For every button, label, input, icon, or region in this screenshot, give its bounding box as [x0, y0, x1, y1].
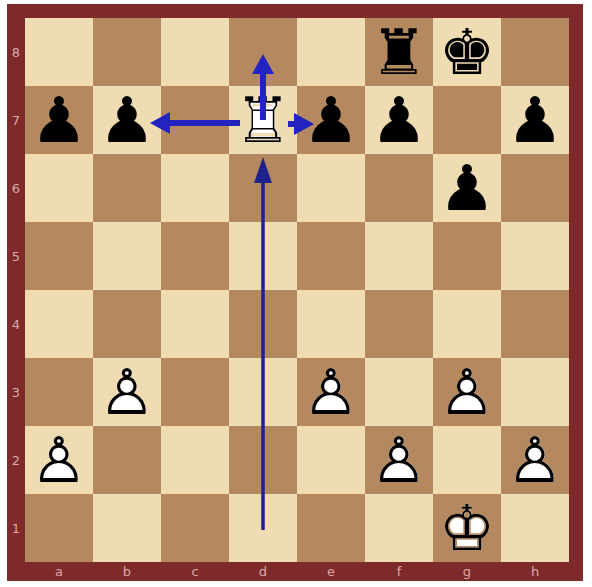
white-pawn-glyph: ♙	[297, 358, 365, 426]
file-label-h: h	[501, 562, 569, 581]
square-b5[interactable]	[93, 222, 161, 290]
white-pawn[interactable]: ♟♙	[93, 358, 161, 426]
white-pawn-glyph: ♙	[365, 426, 433, 494]
square-h3[interactable]	[501, 358, 569, 426]
black-rook-glyph: ♜	[365, 18, 433, 86]
square-c8[interactable]	[161, 18, 229, 86]
square-e5[interactable]	[297, 222, 365, 290]
black-pawn[interactable]: ♟	[433, 154, 501, 222]
chess-board: ♜♚♟♟♜♖♟♟♟♟♟♙♟♙♟♙♟♙♟♙♟♙♚♔	[25, 18, 569, 562]
square-f5[interactable]	[365, 222, 433, 290]
square-h2[interactable]: ♟♙	[501, 426, 569, 494]
square-a6[interactable]	[25, 154, 93, 222]
square-e8[interactable]	[297, 18, 365, 86]
file-label-b: b	[93, 562, 161, 581]
square-a5[interactable]	[25, 222, 93, 290]
square-b1[interactable]	[93, 494, 161, 562]
black-pawn-glyph: ♟	[25, 86, 93, 154]
file-label-c: c	[161, 562, 229, 581]
square-a2[interactable]: ♟♙	[25, 426, 93, 494]
rank-label-5: 5	[7, 222, 25, 290]
square-f4[interactable]	[365, 290, 433, 358]
file-label-a: a	[25, 562, 93, 581]
white-rook-glyph: ♖	[229, 86, 297, 154]
square-h5[interactable]	[501, 222, 569, 290]
square-f2[interactable]: ♟♙	[365, 426, 433, 494]
square-f8[interactable]: ♜	[365, 18, 433, 86]
white-pawn-glyph: ♙	[93, 358, 161, 426]
black-pawn[interactable]: ♟	[297, 86, 365, 154]
square-d6[interactable]	[229, 154, 297, 222]
black-pawn-glyph: ♟	[501, 86, 569, 154]
rank-label-1: 1	[7, 494, 25, 562]
rank-label-3: 3	[7, 358, 25, 426]
white-rook[interactable]: ♜♖	[229, 86, 297, 154]
file-label-g: g	[433, 562, 501, 581]
black-pawn[interactable]: ♟	[93, 86, 161, 154]
square-c1[interactable]	[161, 494, 229, 562]
square-e6[interactable]	[297, 154, 365, 222]
white-pawn[interactable]: ♟♙	[297, 358, 365, 426]
black-pawn-glyph: ♟	[93, 86, 161, 154]
square-e1[interactable]	[297, 494, 365, 562]
square-d5[interactable]	[229, 222, 297, 290]
white-pawn[interactable]: ♟♙	[501, 426, 569, 494]
square-c4[interactable]	[161, 290, 229, 358]
square-g4[interactable]	[433, 290, 501, 358]
square-c6[interactable]	[161, 154, 229, 222]
square-d2[interactable]	[229, 426, 297, 494]
file-label-e: e	[297, 562, 365, 581]
square-e4[interactable]	[297, 290, 365, 358]
square-c2[interactable]	[161, 426, 229, 494]
black-king-glyph: ♚	[433, 18, 501, 86]
square-b3[interactable]: ♟♙	[93, 358, 161, 426]
rank-label-6: 6	[7, 154, 25, 222]
square-f6[interactable]	[365, 154, 433, 222]
square-c7[interactable]	[161, 86, 229, 154]
square-a7[interactable]: ♟	[25, 86, 93, 154]
file-label-f: f	[365, 562, 433, 581]
square-g5[interactable]	[433, 222, 501, 290]
square-b6[interactable]	[93, 154, 161, 222]
square-f1[interactable]	[365, 494, 433, 562]
square-g3[interactable]: ♟♙	[433, 358, 501, 426]
square-g2[interactable]	[433, 426, 501, 494]
chess-diagram-page: ♜♚♟♟♜♖♟♟♟♟♟♙♟♙♟♙♟♙♟♙♟♙♚♔ 87654321 abcdef…	[0, 0, 592, 587]
square-a1[interactable]	[25, 494, 93, 562]
black-rook[interactable]: ♜	[365, 18, 433, 86]
black-pawn-glyph: ♟	[433, 154, 501, 222]
rank-label-8: 8	[7, 18, 25, 86]
square-g6[interactable]: ♟	[433, 154, 501, 222]
square-d4[interactable]	[229, 290, 297, 358]
black-pawn[interactable]: ♟	[501, 86, 569, 154]
white-pawn[interactable]: ♟♙	[25, 426, 93, 494]
chess-board-frame: ♜♚♟♟♜♖♟♟♟♟♟♙♟♙♟♙♟♙♟♙♟♙♚♔ 87654321 abcdef…	[7, 4, 583, 581]
file-label-d: d	[229, 562, 297, 581]
square-b2[interactable]	[93, 426, 161, 494]
white-king[interactable]: ♚♔	[433, 494, 501, 562]
square-h8[interactable]	[501, 18, 569, 86]
square-c5[interactable]	[161, 222, 229, 290]
square-b8[interactable]	[93, 18, 161, 86]
black-king[interactable]: ♚	[433, 18, 501, 86]
square-g7[interactable]	[433, 86, 501, 154]
square-h7[interactable]: ♟	[501, 86, 569, 154]
square-b7[interactable]: ♟	[93, 86, 161, 154]
square-b4[interactable]	[93, 290, 161, 358]
square-c3[interactable]	[161, 358, 229, 426]
rank-label-4: 4	[7, 290, 25, 358]
white-pawn-glyph: ♙	[501, 426, 569, 494]
black-pawn-glyph: ♟	[297, 86, 365, 154]
square-h1[interactable]	[501, 494, 569, 562]
black-pawn[interactable]: ♟	[365, 86, 433, 154]
square-g8[interactable]: ♚	[433, 18, 501, 86]
white-pawn[interactable]: ♟♙	[433, 358, 501, 426]
square-e3[interactable]: ♟♙	[297, 358, 365, 426]
square-d8[interactable]	[229, 18, 297, 86]
white-pawn[interactable]: ♟♙	[365, 426, 433, 494]
square-h6[interactable]	[501, 154, 569, 222]
square-a8[interactable]	[25, 18, 93, 86]
square-e2[interactable]	[297, 426, 365, 494]
square-f3[interactable]	[365, 358, 433, 426]
square-d1[interactable]	[229, 494, 297, 562]
square-d3[interactable]	[229, 358, 297, 426]
square-h4[interactable]	[501, 290, 569, 358]
white-king-glyph: ♔	[433, 494, 501, 562]
black-pawn[interactable]: ♟	[25, 86, 93, 154]
square-f7[interactable]: ♟	[365, 86, 433, 154]
white-pawn-glyph: ♙	[25, 426, 93, 494]
rank-label-2: 2	[7, 426, 25, 494]
square-d7[interactable]: ♜♖	[229, 86, 297, 154]
white-pawn-glyph: ♙	[433, 358, 501, 426]
black-pawn-glyph: ♟	[365, 86, 433, 154]
square-a4[interactable]	[25, 290, 93, 358]
rank-label-7: 7	[7, 86, 25, 154]
square-a3[interactable]	[25, 358, 93, 426]
square-g1[interactable]: ♚♔	[433, 494, 501, 562]
square-e7[interactable]: ♟	[297, 86, 365, 154]
